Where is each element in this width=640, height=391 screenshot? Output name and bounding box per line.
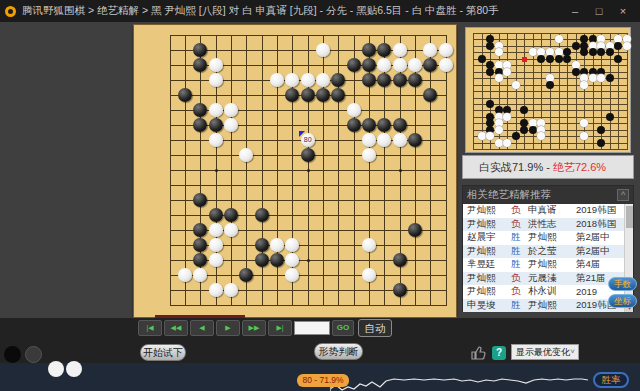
white-stone bbox=[537, 132, 545, 140]
black-stone bbox=[193, 43, 207, 57]
white-stone bbox=[503, 68, 511, 76]
black-stone bbox=[597, 139, 605, 147]
related-games-header: 相关绝艺精解推荐 ^ bbox=[463, 186, 633, 204]
black-stone bbox=[614, 55, 622, 63]
move-number-label: 80 bbox=[301, 136, 315, 143]
black-stone bbox=[178, 88, 192, 102]
black-stone bbox=[255, 208, 269, 222]
go-board[interactable]: 80 bbox=[133, 24, 457, 318]
ai-winrate: 绝艺72.6% bbox=[553, 160, 606, 175]
maximize-icon[interactable]: □ bbox=[592, 5, 606, 17]
white-stone bbox=[209, 253, 223, 267]
black-stone bbox=[537, 55, 545, 63]
white-stone bbox=[377, 133, 391, 147]
white-stone bbox=[495, 48, 503, 56]
black-stone bbox=[563, 55, 571, 63]
player2-name: 尹灿熙 bbox=[528, 299, 576, 312]
black-stone bbox=[393, 73, 407, 87]
white-stone bbox=[224, 223, 238, 237]
black-stone bbox=[193, 238, 207, 252]
black-stone bbox=[377, 73, 391, 87]
winrate-bar: 白实战71.9% - 绝艺72.6% bbox=[462, 155, 634, 179]
black-stone bbox=[209, 208, 223, 222]
white-stone bbox=[224, 103, 238, 117]
white-stone bbox=[239, 148, 253, 162]
player1-name: 尹灿熙 bbox=[467, 272, 511, 285]
white-stone bbox=[393, 43, 407, 57]
white-stone bbox=[512, 81, 520, 89]
white-stone bbox=[555, 35, 563, 43]
coords-button[interactable]: 坐标 bbox=[608, 294, 637, 308]
white-stone bbox=[495, 126, 503, 134]
collapse-icon[interactable]: ^ bbox=[617, 189, 629, 201]
black-stone bbox=[512, 132, 520, 140]
last-move-button[interactable]: ▶| bbox=[268, 320, 292, 336]
black-stone bbox=[347, 58, 361, 72]
title-bar: 腾讯野狐围棋 > 绝艺精解 > 黑 尹灿熙 [八段] 对 白 申真谞 [九段] … bbox=[0, 0, 640, 22]
player2-name: 於之莹 bbox=[528, 245, 576, 258]
gray-stone-indicator[interactable] bbox=[25, 346, 42, 363]
related-games-panel: 相关绝艺精解推荐 ^ 尹灿熙负申真谞2019韩国尹灿熙负洪性志2018韩国赵晨宇… bbox=[462, 185, 634, 312]
white-stone bbox=[285, 253, 299, 267]
black-stone bbox=[193, 223, 207, 237]
black-stone bbox=[606, 113, 614, 121]
related-games-list: 尹灿熙负申真谞2019韩国尹灿熙负洪性志2018韩国赵晨宇胜尹灿熙第2届中尹灿熙… bbox=[463, 204, 633, 312]
black-stone bbox=[193, 193, 207, 207]
moves-button[interactable]: 手数 bbox=[608, 277, 637, 291]
black-stone bbox=[597, 126, 605, 134]
black-stone bbox=[193, 103, 207, 117]
black-stone bbox=[606, 48, 614, 56]
black-stone bbox=[255, 253, 269, 267]
black-stone bbox=[224, 208, 238, 222]
go-button[interactable]: GO bbox=[332, 320, 354, 336]
white-stone bbox=[209, 133, 223, 147]
white-actual-winrate: 白实战71.9% bbox=[479, 160, 543, 175]
result-label: 胜 bbox=[511, 231, 528, 244]
white-stone: 80 bbox=[301, 133, 315, 147]
black-stone bbox=[331, 88, 345, 102]
close-icon[interactable]: × bbox=[616, 5, 630, 17]
result-label: 胜 bbox=[511, 258, 528, 271]
move-winrate-tooltip: 80 - 71.9% bbox=[297, 374, 349, 387]
scrollbar-thumb[interactable] bbox=[626, 206, 633, 228]
black-stone bbox=[285, 88, 299, 102]
black-stone bbox=[362, 43, 376, 57]
move-number-input[interactable] bbox=[294, 321, 330, 335]
related-games-title: 相关绝艺精解推荐 bbox=[467, 188, 551, 202]
table-row[interactable]: 尹灿熙负朴永训2019 bbox=[463, 285, 633, 299]
black-stone bbox=[589, 48, 597, 56]
white-stone bbox=[285, 238, 299, 252]
white-stone bbox=[495, 74, 503, 82]
player1-name: 申旻埈 bbox=[467, 299, 511, 312]
black-stone bbox=[393, 118, 407, 132]
white-stone bbox=[589, 74, 597, 82]
dropdown-label: 显示最优变化 bbox=[516, 347, 570, 357]
white-stone bbox=[270, 238, 284, 252]
black-stone bbox=[597, 48, 605, 56]
table-row[interactable]: 尹灿熙胜於之莹第2届中 bbox=[463, 245, 633, 259]
white-stone bbox=[393, 58, 407, 72]
white-stone bbox=[209, 58, 223, 72]
white-stone-indicator-2[interactable] bbox=[66, 361, 82, 377]
white-stone bbox=[439, 43, 453, 57]
white-stone bbox=[178, 268, 192, 282]
black-stone bbox=[331, 73, 345, 87]
black-stone bbox=[362, 58, 376, 72]
white-stone bbox=[224, 283, 238, 297]
player1-name: 尹灿熙 bbox=[467, 204, 511, 217]
result-label: 胜 bbox=[511, 299, 528, 312]
white-stone bbox=[209, 283, 223, 297]
white-stone bbox=[597, 74, 605, 82]
black-stone bbox=[193, 58, 207, 72]
white-stone bbox=[580, 81, 588, 89]
white-stone bbox=[580, 119, 588, 127]
app-icon bbox=[5, 6, 16, 17]
black-stone bbox=[486, 100, 494, 108]
fast-forward-button[interactable]: ▶▶ bbox=[242, 320, 266, 336]
black-stone bbox=[193, 118, 207, 132]
territory-judge-button[interactable]: 形势判断 bbox=[314, 343, 363, 360]
white-stone bbox=[347, 103, 361, 117]
tooltip-pointer bbox=[330, 387, 331, 391]
try-play-button[interactable]: 开始试下 bbox=[140, 344, 186, 361]
white-stone bbox=[224, 118, 238, 132]
white-stone bbox=[362, 238, 376, 252]
black-stone bbox=[316, 88, 330, 102]
thumbs-up-icon[interactable] bbox=[470, 346, 486, 360]
white-stone bbox=[193, 268, 207, 282]
black-stone bbox=[606, 74, 614, 82]
black-stone bbox=[255, 238, 269, 252]
auto-play-button[interactable]: 自动 bbox=[358, 319, 392, 337]
window-title: 腾讯野狐围棋 > 绝艺精解 > 黑 尹灿熙 [八段] 对 白 申真谞 [九段] … bbox=[22, 4, 568, 18]
black-stone bbox=[301, 148, 315, 162]
player1-name: 尹灿熙 bbox=[467, 245, 511, 258]
winrate-toggle-button[interactable]: 胜率 bbox=[593, 372, 629, 388]
black-stone bbox=[393, 283, 407, 297]
player2-name: 尹灿熙 bbox=[528, 231, 576, 244]
black-stone bbox=[377, 43, 391, 57]
best-variation-dropdown[interactable]: 显示最优变化 ˅ bbox=[511, 344, 579, 360]
white-stone bbox=[362, 148, 376, 162]
black-stone bbox=[423, 58, 437, 72]
white-stone bbox=[209, 238, 223, 252]
black-stone bbox=[209, 118, 223, 132]
table-row[interactable]: 尹灿熙负洪性志2018韩国 bbox=[463, 218, 633, 232]
black-stone bbox=[614, 42, 622, 50]
black-stone bbox=[580, 48, 588, 56]
table-row[interactable]: 芈昱廷胜尹灿熙第4届 bbox=[463, 258, 633, 272]
player1-name: 芈昱廷 bbox=[467, 258, 511, 271]
player1-name: 尹灿熙 bbox=[467, 218, 511, 231]
white-stone bbox=[316, 43, 330, 57]
first-move-button[interactable]: |◀ bbox=[138, 320, 162, 336]
black-stone bbox=[408, 223, 422, 237]
black-stone bbox=[520, 106, 528, 114]
black-stone bbox=[572, 68, 580, 76]
white-stone bbox=[362, 268, 376, 282]
black-stone bbox=[546, 55, 554, 63]
black-stone bbox=[423, 88, 437, 102]
white-stone bbox=[209, 73, 223, 87]
black-stone bbox=[408, 133, 422, 147]
player1-name: 赵晨宇 bbox=[467, 231, 511, 244]
result-label: 负 bbox=[511, 218, 528, 231]
white-stone bbox=[486, 132, 494, 140]
white-stone bbox=[301, 73, 315, 87]
black-stone bbox=[486, 68, 494, 76]
result-label: 负 bbox=[511, 285, 528, 298]
white-stone bbox=[270, 73, 284, 87]
black-stone bbox=[486, 42, 494, 50]
black-stone bbox=[546, 81, 554, 89]
table-row[interactable]: 尹灿熙负申真谞2019韩国 bbox=[463, 204, 633, 218]
black-stone bbox=[393, 253, 407, 267]
black-stone bbox=[193, 253, 207, 267]
mini-board-preview[interactable] bbox=[465, 27, 631, 153]
white-stone bbox=[478, 132, 486, 140]
white-stone bbox=[393, 133, 407, 147]
result-label: 胜 bbox=[511, 245, 528, 258]
forward-button[interactable]: ▶ bbox=[216, 320, 240, 336]
chevron-down-icon: ˅ bbox=[570, 345, 575, 359]
white-stone bbox=[503, 139, 511, 147]
fast-back-button[interactable]: ◀◀ bbox=[164, 320, 188, 336]
black-stone bbox=[572, 42, 580, 50]
app-window: 腾讯野狐围棋 > 绝艺精解 > 黑 尹灿熙 [八段] 对 白 申真谞 [九段] … bbox=[0, 0, 640, 391]
black-stone bbox=[301, 88, 315, 102]
black-stone bbox=[520, 126, 528, 134]
black-stone bbox=[408, 73, 422, 87]
black-stone bbox=[239, 268, 253, 282]
white-stone bbox=[285, 73, 299, 87]
white-stone bbox=[377, 58, 391, 72]
black-stone-indicator[interactable] bbox=[4, 346, 21, 363]
player2-name: 申真谞 bbox=[528, 204, 576, 217]
black-stone bbox=[270, 253, 284, 267]
black-stone bbox=[347, 118, 361, 132]
back-button[interactable]: ◀ bbox=[190, 320, 214, 336]
help-icon[interactable]: ? bbox=[492, 346, 506, 360]
white-stone bbox=[529, 48, 537, 56]
white-stone bbox=[316, 73, 330, 87]
black-stone bbox=[555, 55, 563, 63]
player2-name: 尹灿熙 bbox=[528, 258, 576, 271]
white-stone bbox=[580, 132, 588, 140]
player2-name: 元晟溱 bbox=[528, 272, 576, 285]
result-label: 负 bbox=[511, 204, 528, 217]
white-stone bbox=[209, 103, 223, 117]
playback-toolbar: |◀ ◀◀ ◀ ▶ ▶▶ ▶| GO bbox=[138, 320, 354, 336]
white-stone bbox=[408, 58, 422, 72]
white-stone bbox=[285, 268, 299, 282]
mini-board-move-marker bbox=[522, 57, 527, 62]
winrate-separator: - bbox=[546, 161, 550, 173]
white-stone bbox=[423, 43, 437, 57]
white-stone-indicator[interactable] bbox=[48, 361, 64, 377]
white-stone bbox=[362, 133, 376, 147]
table-row[interactable]: 赵晨宇胜尹灿熙第2届中 bbox=[463, 231, 633, 245]
winrate-curve bbox=[330, 379, 588, 390]
result-label: 负 bbox=[511, 272, 528, 285]
black-stone bbox=[362, 73, 376, 87]
white-stone bbox=[623, 42, 631, 50]
player2-name: 朴永训 bbox=[528, 285, 576, 298]
white-stone bbox=[495, 139, 503, 147]
white-stone bbox=[209, 223, 223, 237]
black-stone bbox=[377, 118, 391, 132]
minimize-icon[interactable]: – bbox=[568, 5, 582, 17]
black-stone bbox=[478, 55, 486, 63]
black-stone bbox=[362, 118, 376, 132]
black-stone bbox=[529, 126, 537, 134]
player2-name: 洪性志 bbox=[528, 218, 576, 231]
white-stone bbox=[503, 113, 511, 121]
player1-name: 尹灿熙 bbox=[467, 285, 511, 298]
white-stone bbox=[439, 58, 453, 72]
